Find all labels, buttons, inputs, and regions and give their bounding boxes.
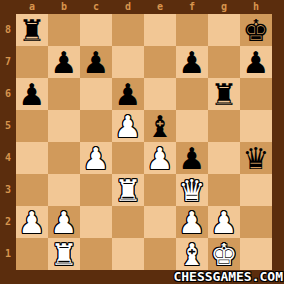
- file-label-e: e: [144, 0, 176, 14]
- square-c6: [80, 78, 112, 110]
- square-f6: [176, 78, 208, 110]
- square-c5: [80, 110, 112, 142]
- square-f1: ♝: [176, 238, 208, 270]
- square-h8: ♚: [240, 14, 272, 46]
- square-f4: ♟: [176, 142, 208, 174]
- square-c2: [80, 206, 112, 238]
- file-label-h: h: [240, 0, 272, 14]
- square-h2: [240, 206, 272, 238]
- chess-diagram-frame: abcdefgh 87654321 ♜♚♟♟♟♟♟♟♜♟♝♟♟♟♛♜♛♟♟♟♟♜…: [0, 0, 284, 284]
- square-a2: ♟: [16, 206, 48, 238]
- square-e3: [144, 174, 176, 206]
- black-rook-a8: ♜: [16, 14, 48, 46]
- white-pawn-g2: ♟: [208, 206, 240, 238]
- rank-label-1: 1: [0, 238, 16, 270]
- square-b4: [48, 142, 80, 174]
- square-c3: [80, 174, 112, 206]
- square-h5: [240, 110, 272, 142]
- square-a7: [16, 46, 48, 78]
- file-label-b: b: [48, 0, 80, 14]
- black-pawn-f7: ♟: [176, 46, 208, 78]
- rank-label-7: 7: [0, 46, 16, 78]
- square-g7: [208, 46, 240, 78]
- rank-labels: 87654321: [0, 14, 16, 270]
- file-label-c: c: [80, 0, 112, 14]
- square-g4: [208, 142, 240, 174]
- square-b6: [48, 78, 80, 110]
- black-king-h8: ♚: [240, 14, 272, 46]
- square-h4: ♛: [240, 142, 272, 174]
- square-e4: ♟: [144, 142, 176, 174]
- square-f8: [176, 14, 208, 46]
- white-king-g1: ♚: [208, 238, 240, 270]
- black-rook-g6: ♜: [208, 78, 240, 110]
- square-a8: ♜: [16, 14, 48, 46]
- chess-board: ♜♚♟♟♟♟♟♟♜♟♝♟♟♟♛♜♛♟♟♟♟♜♝♚: [16, 14, 272, 270]
- black-pawn-d6: ♟: [112, 78, 144, 110]
- square-b8: [48, 14, 80, 46]
- square-d5: ♟: [112, 110, 144, 142]
- rank-label-4: 4: [0, 142, 16, 174]
- square-h7: ♟: [240, 46, 272, 78]
- rank-label-5: 5: [0, 110, 16, 142]
- square-f3: ♛: [176, 174, 208, 206]
- black-queen-h4: ♛: [240, 142, 272, 174]
- rank-label-2: 2: [0, 206, 16, 238]
- white-pawn-e4: ♟: [144, 142, 176, 174]
- square-g5: [208, 110, 240, 142]
- square-f7: ♟: [176, 46, 208, 78]
- file-labels: abcdefgh: [16, 0, 272, 14]
- square-b1: ♜: [48, 238, 80, 270]
- black-pawn-a6: ♟: [16, 78, 48, 110]
- square-d2: [112, 206, 144, 238]
- square-a5: [16, 110, 48, 142]
- white-pawn-d5: ♟: [112, 110, 144, 142]
- white-pawn-f2: ♟: [176, 206, 208, 238]
- square-b3: [48, 174, 80, 206]
- square-h3: [240, 174, 272, 206]
- square-d4: [112, 142, 144, 174]
- square-e8: [144, 14, 176, 46]
- square-f5: [176, 110, 208, 142]
- file-label-d: d: [112, 0, 144, 14]
- black-pawn-b7: ♟: [48, 46, 80, 78]
- square-d8: [112, 14, 144, 46]
- square-e6: [144, 78, 176, 110]
- white-rook-d3: ♜: [112, 174, 144, 206]
- rank-label-3: 3: [0, 174, 16, 206]
- white-queen-f3: ♛: [176, 174, 208, 206]
- watermark-chessgames: CHESSGAMES.COM: [173, 270, 283, 284]
- square-c7: ♟: [80, 46, 112, 78]
- white-bishop-f1: ♝: [176, 238, 208, 270]
- square-h1: [240, 238, 272, 270]
- white-pawn-a2: ♟: [16, 206, 48, 238]
- square-d3: ♜: [112, 174, 144, 206]
- square-b5: [48, 110, 80, 142]
- square-a6: ♟: [16, 78, 48, 110]
- square-a1: [16, 238, 48, 270]
- square-e5: ♝: [144, 110, 176, 142]
- square-c4: ♟: [80, 142, 112, 174]
- square-c1: [80, 238, 112, 270]
- black-pawn-f4: ♟: [176, 142, 208, 174]
- square-g1: ♚: [208, 238, 240, 270]
- square-d1: [112, 238, 144, 270]
- black-pawn-h7: ♟: [240, 46, 272, 78]
- square-f2: ♟: [176, 206, 208, 238]
- black-bishop-e5: ♝: [144, 110, 176, 142]
- square-e2: [144, 206, 176, 238]
- white-rook-b1: ♜: [48, 238, 80, 270]
- square-c8: [80, 14, 112, 46]
- rank-label-8: 8: [0, 14, 16, 46]
- square-e1: [144, 238, 176, 270]
- white-pawn-c4: ♟: [80, 142, 112, 174]
- square-a3: [16, 174, 48, 206]
- black-pawn-c7: ♟: [80, 46, 112, 78]
- rank-label-6: 6: [0, 78, 16, 110]
- square-b2: ♟: [48, 206, 80, 238]
- square-d6: ♟: [112, 78, 144, 110]
- square-g6: ♜: [208, 78, 240, 110]
- square-b7: ♟: [48, 46, 80, 78]
- square-h6: [240, 78, 272, 110]
- square-g3: [208, 174, 240, 206]
- file-label-a: a: [16, 0, 48, 14]
- square-g2: ♟: [208, 206, 240, 238]
- file-label-g: g: [208, 0, 240, 14]
- square-a4: [16, 142, 48, 174]
- square-e7: [144, 46, 176, 78]
- square-d7: [112, 46, 144, 78]
- file-label-f: f: [176, 0, 208, 14]
- square-g8: [208, 14, 240, 46]
- white-pawn-b2: ♟: [48, 206, 80, 238]
